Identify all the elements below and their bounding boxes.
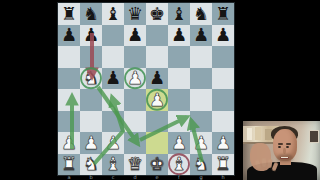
piece-white-knight[interactable]: ♞ [193,155,209,173]
piece-white-queen[interactable]: ♛ [127,155,143,173]
square-g6[interactable] [190,46,212,68]
piece-white-knight[interactable]: ♞ [83,69,99,87]
square-c7[interactable] [102,25,124,47]
square-d8[interactable]: ♛ [124,3,146,25]
square-a5[interactable] [58,68,80,90]
piece-black-pawn[interactable]: ♟ [171,26,187,44]
piece-black-pawn[interactable]: ♟ [127,26,143,44]
square-c8[interactable]: ♝ [102,3,124,25]
square-d5[interactable]: ♟ [124,68,146,90]
piece-white-pawn[interactable]: ♟ [83,134,99,152]
piece-black-rook[interactable]: ♜ [61,5,77,23]
eye [278,146,281,148]
square-h5[interactable] [212,68,234,90]
square-h3[interactable] [212,111,234,133]
shelf-item [255,127,261,140]
piece-white-pawn[interactable]: ♟ [193,134,209,152]
square-b3[interactable] [80,111,102,133]
square-e8[interactable]: ♚ [146,3,168,25]
square-h4[interactable] [212,89,234,111]
eyebrow [286,143,291,145]
square-e5[interactable]: ♟ [146,68,168,90]
file-labels: abcdefgh [58,174,234,180]
square-c5[interactable]: ♟ [102,68,124,90]
square-a6[interactable] [58,46,80,68]
piece-white-pawn[interactable]: ♟ [105,134,121,152]
piece-black-queen[interactable]: ♛ [127,5,143,23]
square-a8[interactable]: ♜ [58,3,80,25]
piece-white-pawn[interactable]: ♟ [171,134,187,152]
piece-white-knight[interactable]: ♞ [83,155,99,173]
piece-white-bishop[interactable]: ♝ [171,155,187,173]
piece-black-pawn[interactable]: ♟ [149,69,165,87]
piece-black-pawn[interactable]: ♟ [215,26,231,44]
square-c4[interactable] [102,89,124,111]
square-g8[interactable]: ♞ [190,3,212,25]
square-h8[interactable]: ♜ [212,3,234,25]
presenter-hand [250,143,271,171]
square-f4[interactable] [168,89,190,111]
square-a1[interactable]: ♜ [58,154,80,176]
piece-white-pawn[interactable]: ♟ [127,69,143,87]
piece-white-bishop[interactable]: ♝ [105,155,121,173]
square-b8[interactable]: ♞ [80,3,102,25]
piece-black-king[interactable]: ♚ [149,5,165,23]
picture-frame [309,130,319,143]
finger [262,158,266,167]
piece-black-bishop[interactable]: ♝ [171,5,187,23]
file-label: g [190,174,212,180]
square-f2[interactable]: ♟ [168,132,190,154]
square-d1[interactable]: ♛ [124,154,146,176]
finger [255,160,261,170]
square-g1[interactable]: ♞ [190,154,212,176]
piece-white-rook[interactable]: ♜ [215,155,231,173]
square-g4[interactable] [190,89,212,111]
square-d4[interactable] [124,89,146,111]
square-f1[interactable]: ♝ [168,154,190,176]
square-e4[interactable]: ♟ [146,89,168,111]
square-g2[interactable]: ♟ [190,132,212,154]
square-c2[interactable]: ♟ [102,132,124,154]
square-f8[interactable]: ♝ [168,3,190,25]
piece-black-pawn[interactable]: ♟ [193,26,209,44]
teeth [281,157,288,158]
square-d2[interactable] [124,132,146,154]
piece-black-bishop[interactable]: ♝ [105,5,121,23]
square-h1[interactable]: ♜ [212,154,234,176]
square-e7[interactable] [146,25,168,47]
file-label: b [80,174,102,180]
square-f3[interactable] [168,111,190,133]
file-label: c [102,174,124,180]
square-c3[interactable] [102,111,124,133]
square-g3[interactable] [190,111,212,133]
file-label: d [124,174,146,180]
square-b4[interactable] [80,89,102,111]
square-c6[interactable] [102,46,124,68]
square-a3[interactable] [58,111,80,133]
piece-white-king[interactable]: ♚ [149,155,165,173]
piece-white-rook[interactable]: ♜ [61,155,77,173]
file-label: f [168,174,190,180]
video-frame: ♜♞♝♛♚♝♞♜♟♟♟♟♟♟♞♟♟♟♟♟♟♟♟♟♟♜♞♝♛♚♝♞♜ abcdef… [0,0,320,180]
piece-black-pawn[interactable]: ♟ [83,26,99,44]
square-g7[interactable]: ♟ [190,25,212,47]
square-b1[interactable]: ♞ [80,154,102,176]
piece-white-pawn[interactable]: ♟ [215,134,231,152]
square-h2[interactable]: ♟ [212,132,234,154]
square-b6[interactable] [80,46,102,68]
square-e1[interactable]: ♚ [146,154,168,176]
square-a7[interactable]: ♟ [58,25,80,47]
piece-black-pawn[interactable]: ♟ [105,69,121,87]
square-d6[interactable] [124,46,146,68]
presenter-face [273,129,297,161]
file-label: h [212,174,234,180]
square-a4[interactable] [58,89,80,111]
square-b7[interactable]: ♟ [80,25,102,47]
chess-board[interactable]: ♜♞♝♛♚♝♞♜♟♟♟♟♟♟♞♟♟♟♟♟♟♟♟♟♟♜♞♝♛♚♝♞♜ [58,3,234,175]
piece-black-rook[interactable]: ♜ [215,5,231,23]
file-label: a [58,174,80,180]
square-h6[interactable] [212,46,234,68]
piece-white-pawn[interactable]: ♟ [61,134,77,152]
square-f7[interactable]: ♟ [168,25,190,47]
eye [286,146,289,148]
square-a2[interactable]: ♟ [58,132,80,154]
eyebrow [278,143,283,145]
webcam-overlay [243,121,320,180]
square-b5[interactable]: ♞ [80,68,102,90]
square-d7[interactable]: ♟ [124,25,146,47]
square-c1[interactable]: ♝ [102,154,124,176]
square-g5[interactable] [190,68,212,90]
square-e3[interactable] [146,111,168,133]
shelf-item [247,128,252,140]
piece-black-pawn[interactable]: ♟ [61,26,77,44]
square-d3[interactable] [124,111,146,133]
piece-black-knight[interactable]: ♞ [83,5,99,23]
square-f6[interactable] [168,46,190,68]
square-b2[interactable]: ♟ [80,132,102,154]
square-e2[interactable] [146,132,168,154]
piece-black-knight[interactable]: ♞ [193,5,209,23]
file-label: e [146,174,168,180]
square-h7[interactable]: ♟ [212,25,234,47]
square-f5[interactable] [168,68,190,90]
square-e6[interactable] [146,46,168,68]
piece-white-pawn[interactable]: ♟ [149,91,165,109]
